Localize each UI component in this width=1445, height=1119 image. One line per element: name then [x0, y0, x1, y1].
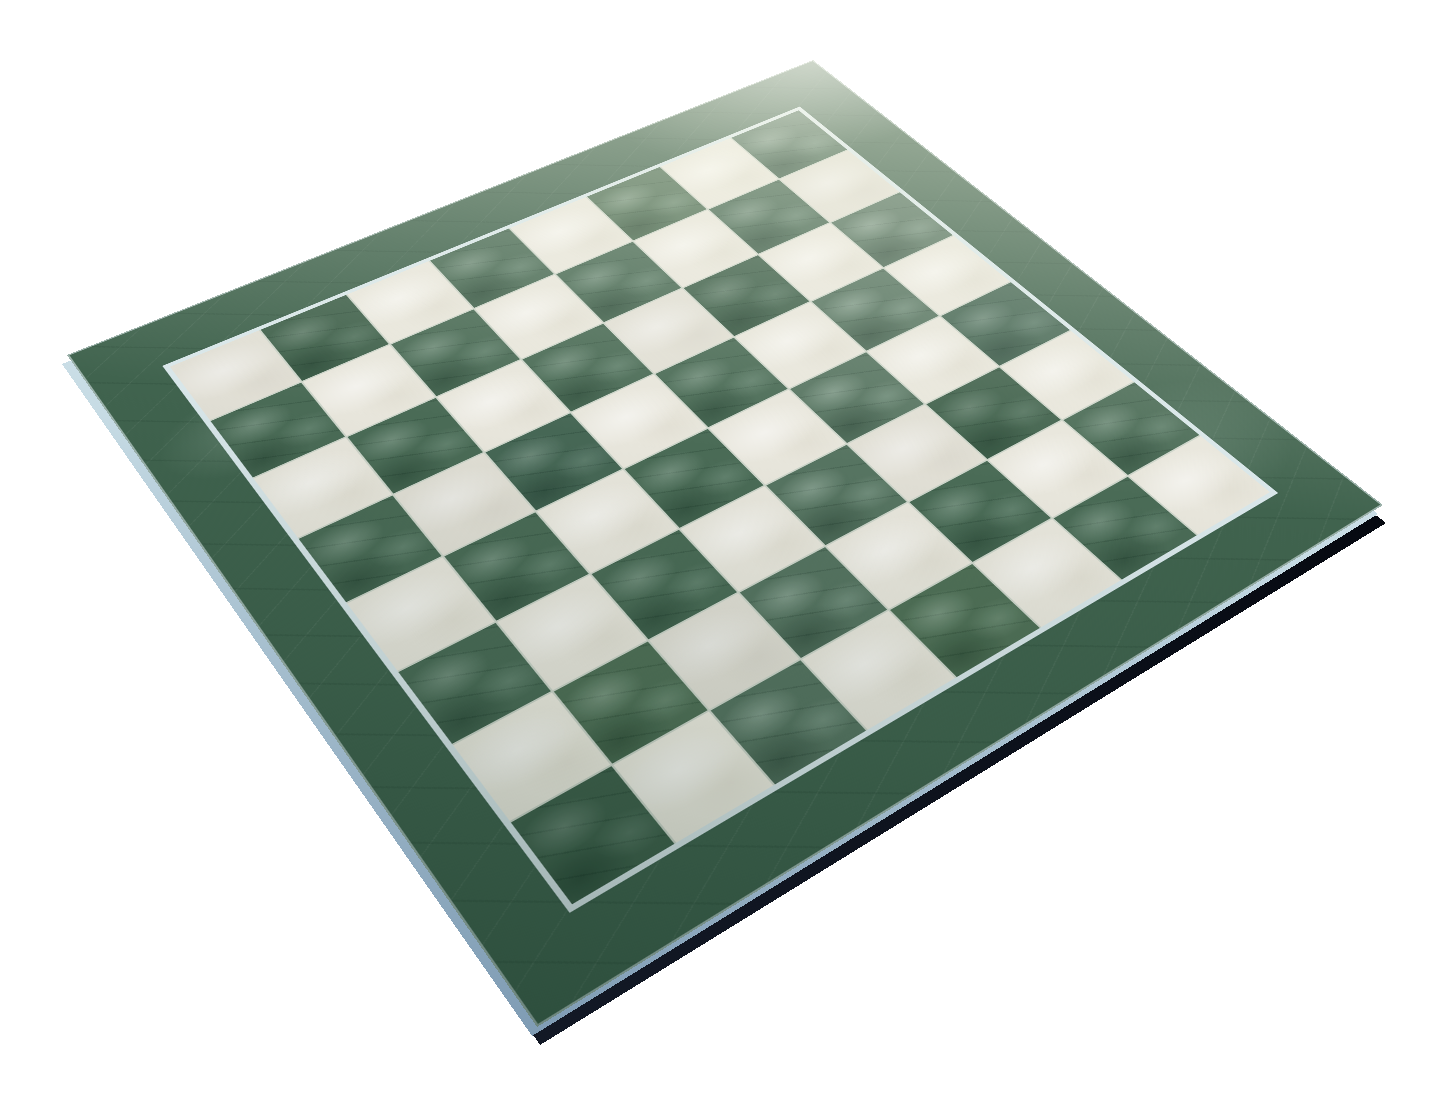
chess-board	[67, 60, 1383, 1027]
photo-background	[0, 0, 1445, 1119]
board-grid	[170, 110, 1270, 904]
